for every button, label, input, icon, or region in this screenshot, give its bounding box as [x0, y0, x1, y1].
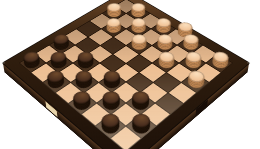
hinge-clasp [196, 99, 208, 116]
label-sticker [45, 101, 57, 117]
board-photo-scene [0, 0, 260, 149]
checkers-board [3, 0, 249, 149]
